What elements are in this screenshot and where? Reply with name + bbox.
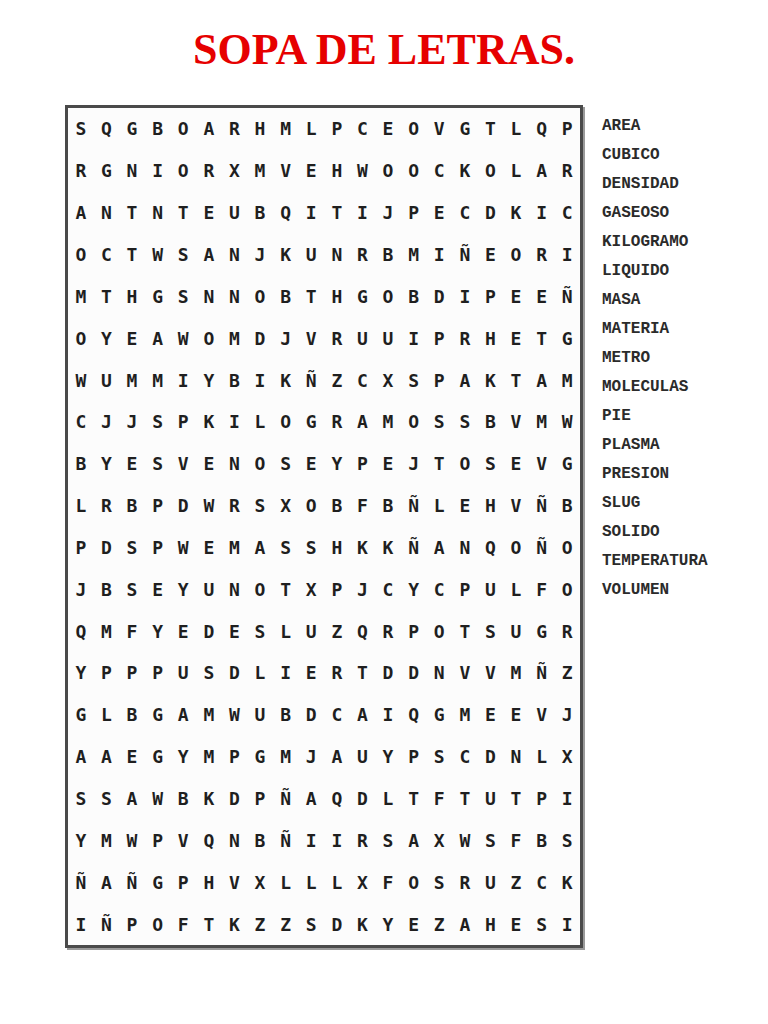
grid-cell: Z [426,903,452,945]
grid-cell: C [375,568,401,610]
grid-cell: L [503,108,529,150]
grid-cell: J [273,317,299,359]
grid-cell: P [145,485,171,527]
grid-cell: N [426,652,452,694]
grid-cell: R [324,317,350,359]
grid-cell: L [529,736,555,778]
grid-cell: K [350,526,376,568]
grid-cell: S [273,443,299,485]
grid-cell: R [554,150,580,192]
grid-cell: O [554,568,580,610]
grid-cell: E [119,736,145,778]
grid-cell: X [426,819,452,861]
grid-cell: S [119,526,145,568]
grid-cell: J [298,736,324,778]
grid-cell: E [503,317,529,359]
grid-cell: U [298,234,324,276]
grid-cell: X [247,861,273,903]
grid-cell: T [324,192,350,234]
grid-cell: T [401,778,427,820]
grid-cell: M [375,401,401,443]
grid-cell: W [145,778,171,820]
grid-cell: O [298,485,324,527]
grid-cell: O [401,861,427,903]
grid-cell: R [554,610,580,652]
grid-cell: E [119,317,145,359]
grid-cell: V [170,443,196,485]
grid-cell: R [222,485,248,527]
grid-cell: S [478,819,504,861]
grid-cell: G [298,401,324,443]
grid-cell: D [196,610,222,652]
grid-cell: F [375,861,401,903]
grid-cell: U [247,694,273,736]
word-list-item: GASEOSO [602,199,708,228]
word-list-item: PIE [602,402,708,431]
grid-cell: V [503,485,529,527]
grid-cell: P [401,192,427,234]
grid-cell: Z [324,359,350,401]
grid-cell: Y [68,819,94,861]
grid-cell: L [503,568,529,610]
grid-cell: B [273,275,299,317]
grid-cell: O [478,150,504,192]
grid-cell: N [145,192,171,234]
grid-cell: O [554,526,580,568]
word-list-item: SLUG [602,489,708,518]
grid-cell: D [222,652,248,694]
grid-cell: I [529,192,555,234]
grid-cell: T [503,778,529,820]
word-list-item: MASA [602,286,708,315]
grid-cell: S [298,903,324,945]
grid-cell: S [478,610,504,652]
grid-cell: E [145,568,171,610]
grid-cell: C [324,694,350,736]
grid-cell: T [426,443,452,485]
grid-cell: K [350,903,376,945]
grid-cell: P [119,903,145,945]
grid-cell: K [196,401,222,443]
grid-cell: C [426,150,452,192]
grid-cell: T [452,610,478,652]
grid-cell: P [401,610,427,652]
grid-cell: K [375,526,401,568]
grid-cell: B [247,192,273,234]
grid-cell: H [478,903,504,945]
grid-cell: A [350,401,376,443]
grid-cell: B [375,234,401,276]
grid-cell: Ñ [273,778,299,820]
grid-cell: Ñ [273,819,299,861]
grid-cell: D [94,526,120,568]
grid-cell: Q [401,694,427,736]
grid-cell: Ñ [401,485,427,527]
grid-cell: E [170,610,196,652]
grid-cell: M [273,108,299,150]
grid-cell: E [503,275,529,317]
grid-cell: L [94,694,120,736]
grid-cell: Ñ [401,526,427,568]
grid-cell: P [119,652,145,694]
grid-cell: E [196,526,222,568]
grid-cell: H [119,275,145,317]
grid-cell: B [375,485,401,527]
grid-cell: T [452,778,478,820]
grid-cell: G [145,736,171,778]
grid-cell: O [503,526,529,568]
grid-cell: R [529,234,555,276]
grid-cell: O [426,610,452,652]
grid-cell: H [324,275,350,317]
grid-cell: A [170,694,196,736]
grid-cell: G [94,150,120,192]
grid-cell: Ñ [119,861,145,903]
grid-cell: Y [68,652,94,694]
grid-cell: O [170,108,196,150]
grid-cell: N [222,234,248,276]
grid-cell: L [247,401,273,443]
grid-cell: F [426,778,452,820]
grid-cell: R [324,652,350,694]
grid-cell: S [247,485,273,527]
grid-cell: R [350,819,376,861]
word-search-grid: SQGBOARHMLPCEOVGTLQPRGNIORXMVEHWOOCKOLAR… [65,105,583,948]
grid-cell: P [350,443,376,485]
grid-cell: Z [503,861,529,903]
grid-cell: L [273,861,299,903]
grid-cell: U [222,192,248,234]
grid-cell: O [247,443,273,485]
grid-cell: M [119,359,145,401]
grid-cell: I [222,401,248,443]
grid-cell: Y [324,443,350,485]
grid-cell: X [222,150,248,192]
grid-cell: A [145,317,171,359]
grid-cell: W [170,526,196,568]
grid-cell: J [94,401,120,443]
grid-cell: G [119,108,145,150]
grid-cell: D [222,778,248,820]
grid-cell: U [478,861,504,903]
grid-cell: H [324,150,350,192]
grid-cell: Ñ [94,903,120,945]
grid-cell: O [452,443,478,485]
grid-cell: D [478,192,504,234]
grid-cell: O [503,234,529,276]
grid-cell: A [529,150,555,192]
grid-cell: G [350,275,376,317]
word-list-item: CUBICO [602,141,708,170]
grid-cell: M [94,819,120,861]
grid-cell: A [426,526,452,568]
grid-cell: Q [196,819,222,861]
grid-cell: O [196,317,222,359]
grid-cell: O [375,275,401,317]
grid-cell: S [426,736,452,778]
grid-cell: P [554,108,580,150]
grid-cell: I [375,694,401,736]
grid-cell: T [273,568,299,610]
grid-cell: R [222,108,248,150]
grid-cell: N [324,234,350,276]
word-list-item: SOLIDO [602,518,708,547]
grid-cell: P [222,736,248,778]
grid-cell: V [170,819,196,861]
grid-cell: I [273,652,299,694]
grid-cell: A [298,778,324,820]
grid-cell: A [94,861,120,903]
grid-cell: W [554,401,580,443]
grid-cell: V [452,652,478,694]
grid-cell: P [478,275,504,317]
grid-cell: A [529,359,555,401]
grid-cell: W [68,359,94,401]
grid-cell: K [452,150,478,192]
grid-cell: T [529,317,555,359]
grid-cell: C [68,401,94,443]
grid-cell: D [324,903,350,945]
grid-cell: R [375,610,401,652]
grid-cell: N [503,736,529,778]
grid-cell: S [145,401,171,443]
grid-cell: O [401,150,427,192]
grid-cell: N [119,150,145,192]
grid-cell: E [222,610,248,652]
grid-cell: W [145,234,171,276]
grid-cell: W [350,150,376,192]
grid-cell: M [247,150,273,192]
grid-cell: C [452,192,478,234]
grid-cell: L [247,652,273,694]
grid-cell: J [375,192,401,234]
grid-cell: L [298,108,324,150]
puzzle-page: SOPA DE LETRAS. SQGBOARHMLPCEOVGTLQPRGNI… [0,0,768,1024]
grid-cell: K [222,903,248,945]
grid-cell: F [170,903,196,945]
grid-cell: I [298,192,324,234]
grid-cell: S [196,652,222,694]
grid-cell: W [196,485,222,527]
grid-cell: M [196,694,222,736]
grid-cell: P [170,861,196,903]
grid-cell: R [94,485,120,527]
grid-cell: E [478,694,504,736]
grid-cell: S [478,443,504,485]
grid-cell: B [170,778,196,820]
grid-cell: H [247,108,273,150]
grid-cell: V [426,108,452,150]
grid-cell: A [68,192,94,234]
grid-cell: Q [94,108,120,150]
grid-cell: X [273,485,299,527]
grid-cell: S [247,610,273,652]
grid-cell: W [119,819,145,861]
grid-cell: R [324,401,350,443]
grid-cell: T [170,192,196,234]
grid-cell: I [350,192,376,234]
grid-cell: K [478,359,504,401]
grid-cell: E [426,192,452,234]
grid-cell: Z [324,610,350,652]
grid-cell: Ñ [529,526,555,568]
grid-cell: D [375,652,401,694]
grid-cell: R [452,317,478,359]
grid-cell: Ñ [554,275,580,317]
grid-cell: V [273,150,299,192]
grid-cell: I [298,819,324,861]
grid-cell: E [503,694,529,736]
grid-cell: U [350,736,376,778]
word-list-item: PRESION [602,460,708,489]
grid-cell: S [375,819,401,861]
grid-cell: Y [401,568,427,610]
grid-cell: H [478,317,504,359]
grid-cell: T [196,903,222,945]
grid-cell: S [452,401,478,443]
word-list: AREACUBICODENSIDADGASEOSOKILOGRAMOLIQUID… [602,112,708,605]
grid-cell: Y [375,736,401,778]
grid-cell: O [247,275,273,317]
grid-cell: N [222,443,248,485]
grid-cell: D [350,778,376,820]
grid-cell: A [119,778,145,820]
grid-cell: L [503,150,529,192]
grid-cell: A [401,819,427,861]
grid-cell: M [68,275,94,317]
grid-cell: Y [375,903,401,945]
grid-cell: B [529,819,555,861]
grid-cell: Ñ [452,234,478,276]
grid-cell: C [554,192,580,234]
grid-cell: C [350,359,376,401]
word-list-item: AREA [602,112,708,141]
grid-cell: S [426,861,452,903]
grid-cell: E [452,485,478,527]
grid-cell: E [119,443,145,485]
grid-cell: H [196,861,222,903]
word-list-item: MOLECULAS [602,373,708,402]
grid-cell: U [503,610,529,652]
grid-cell: X [554,736,580,778]
grid-cell: J [247,234,273,276]
grid-cell: F [119,610,145,652]
grid-cell: U [478,568,504,610]
grid-cell: Y [94,443,120,485]
grid-cell: V [222,861,248,903]
grid-cell: W [452,819,478,861]
grid-cell: U [375,317,401,359]
grid-cell: G [145,861,171,903]
grid-cell: O [401,401,427,443]
grid-cell: A [324,736,350,778]
grid-cell: R [68,150,94,192]
grid-cell: L [298,861,324,903]
grid-cell: M [222,317,248,359]
grid-cell: G [554,317,580,359]
grid-cell: D [170,485,196,527]
grid-cell: E [196,192,222,234]
word-list-item: VOLUMEN [602,576,708,605]
grid-cell: D [247,317,273,359]
grid-cell: M [554,359,580,401]
grid-cell: P [401,736,427,778]
grid-cell: S [529,903,555,945]
grid-cell: S [170,275,196,317]
grid-cell: V [298,317,324,359]
grid-cell: A [452,903,478,945]
grid-cell: P [145,819,171,861]
grid-cell: E [375,443,401,485]
grid-cell: H [478,485,504,527]
grid-cell: Q [478,526,504,568]
grid-cell: V [529,694,555,736]
grid-cell: B [145,108,171,150]
grid-cell: T [119,192,145,234]
grid-cell: I [554,903,580,945]
grid-cell: G [247,736,273,778]
grid-cell: C [350,108,376,150]
grid-cell: O [375,150,401,192]
grid-cell: P [529,778,555,820]
grid-cell: R [350,234,376,276]
grid-cell: L [68,485,94,527]
word-list-item: LIQUIDO [602,257,708,286]
grid-cell: E [375,108,401,150]
grid-cell: L [324,861,350,903]
grid-cell: Z [273,903,299,945]
grid-cell: E [298,652,324,694]
grid-cell: T [119,234,145,276]
grid-cell: I [452,275,478,317]
puzzle-title: SOPA DE LETRAS. [0,24,768,75]
grid-cell: W [170,317,196,359]
grid-cell: C [529,861,555,903]
grid-cell: Q [529,108,555,150]
grid-cell: G [426,694,452,736]
grid-cell: V [478,652,504,694]
grid-cell: F [350,485,376,527]
grid-cell: O [170,150,196,192]
grid-cell: S [68,108,94,150]
grid-cell: S [145,443,171,485]
grid-cell: T [94,275,120,317]
grid-cell: B [478,401,504,443]
grid-cell: M [196,736,222,778]
grid-cell: B [247,819,273,861]
grid-cell: O [145,903,171,945]
grid-cell: S [68,778,94,820]
grid-cell: N [222,568,248,610]
grid-cell: S [554,819,580,861]
grid-cell: S [426,401,452,443]
grid-cell: N [222,275,248,317]
grid-cell: S [119,568,145,610]
grid-cell: Ñ [529,485,555,527]
grid-cell: C [452,736,478,778]
grid-cell: V [529,443,555,485]
grid-cell: P [426,359,452,401]
grid-cell: B [68,443,94,485]
grid-cell: U [196,568,222,610]
grid-cell: D [401,652,427,694]
grid-cell: Q [273,192,299,234]
grid-cell: N [94,192,120,234]
grid-cell: X [375,359,401,401]
grid-cell: J [401,443,427,485]
grid-cell: V [503,401,529,443]
grid-cell: I [247,359,273,401]
